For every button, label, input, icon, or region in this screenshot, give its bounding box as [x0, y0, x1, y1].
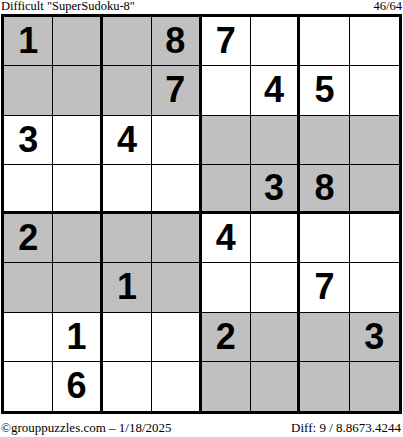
- cell-r5c7[interactable]: [300, 214, 349, 263]
- cell-r3c7[interactable]: [300, 116, 349, 165]
- cell-r5c5[interactable]: 4: [202, 214, 251, 263]
- cell-r6c4[interactable]: [152, 263, 201, 312]
- cell-r1c7[interactable]: [300, 17, 349, 66]
- cell-r2c4[interactable]: 7: [152, 66, 201, 115]
- cell-r5c4[interactable]: [152, 214, 201, 263]
- cell-r6c8[interactable]: [350, 263, 399, 312]
- cell-r4c6[interactable]: 3: [251, 165, 300, 214]
- cell-r2c8[interactable]: [350, 66, 399, 115]
- cell-r1c5[interactable]: 7: [202, 17, 251, 66]
- cell-r4c5[interactable]: [202, 165, 251, 214]
- puzzle-page: Difficult "SuperSudoku-8" 46/64 18774534…: [0, 0, 403, 437]
- cell-r4c8[interactable]: [350, 165, 399, 214]
- cell-r8c5[interactable]: [202, 362, 251, 411]
- cell-r5c1[interactable]: 2: [4, 214, 53, 263]
- footer: ©grouppuzzles.com – 1/18/2025 Diff: 9 / …: [0, 414, 403, 435]
- cell-r1c6[interactable]: [251, 17, 300, 66]
- cell-r8c1[interactable]: [4, 362, 53, 411]
- puzzle-title: Difficult "SuperSudoku-8": [1, 0, 135, 13]
- cell-r3c3[interactable]: 4: [103, 116, 152, 165]
- cell-r1c2[interactable]: [53, 17, 102, 66]
- cell-r3c1[interactable]: 3: [4, 116, 53, 165]
- cell-r3c2[interactable]: [53, 116, 102, 165]
- difficulty-text: Diff: 9 / 8.8673.4244: [291, 421, 401, 435]
- cell-r6c6[interactable]: [251, 263, 300, 312]
- cell-r8c6[interactable]: [251, 362, 300, 411]
- cell-r2c6[interactable]: 4: [251, 66, 300, 115]
- cell-r6c1[interactable]: [4, 263, 53, 312]
- header: Difficult "SuperSudoku-8" 46/64: [0, 0, 403, 14]
- cell-r7c8[interactable]: 3: [350, 313, 399, 362]
- cell-r7c7[interactable]: [300, 313, 349, 362]
- cell-r4c4[interactable]: [152, 165, 201, 214]
- cell-r6c5[interactable]: [202, 263, 251, 312]
- cell-r1c1[interactable]: 1: [4, 17, 53, 66]
- cell-r2c5[interactable]: [202, 66, 251, 115]
- cell-r3c5[interactable]: [202, 116, 251, 165]
- cell-r7c2[interactable]: 1: [53, 313, 102, 362]
- cell-r8c3[interactable]: [103, 362, 152, 411]
- cell-r8c8[interactable]: [350, 362, 399, 411]
- copyright-text: ©grouppuzzles.com – 1/18/2025: [1, 421, 172, 435]
- cell-r1c4[interactable]: 8: [152, 17, 201, 66]
- cell-r6c2[interactable]: [53, 263, 102, 312]
- empty-cell-counter: 46/64: [374, 0, 402, 13]
- cell-r3c6[interactable]: [251, 116, 300, 165]
- cell-r1c8[interactable]: [350, 17, 399, 66]
- cell-r5c2[interactable]: [53, 214, 102, 263]
- cell-r6c7[interactable]: 7: [300, 263, 349, 312]
- cell-r7c3[interactable]: [103, 313, 152, 362]
- cell-r7c4[interactable]: [152, 313, 201, 362]
- cell-r5c8[interactable]: [350, 214, 399, 263]
- cell-r7c1[interactable]: [4, 313, 53, 362]
- cell-r2c7[interactable]: 5: [300, 66, 349, 115]
- cell-r1c3[interactable]: [103, 17, 152, 66]
- cell-r5c3[interactable]: [103, 214, 152, 263]
- cell-r7c5[interactable]: 2: [202, 313, 251, 362]
- cell-r2c2[interactable]: [53, 66, 102, 115]
- cell-r3c4[interactable]: [152, 116, 201, 165]
- cell-r7c6[interactable]: [251, 313, 300, 362]
- cell-r4c7[interactable]: 8: [300, 165, 349, 214]
- cell-r8c7[interactable]: [300, 362, 349, 411]
- cell-r4c2[interactable]: [53, 165, 102, 214]
- cell-r6c3[interactable]: 1: [103, 263, 152, 312]
- cell-r5c6[interactable]: [251, 214, 300, 263]
- cell-r4c3[interactable]: [103, 165, 152, 214]
- cell-r2c1[interactable]: [4, 66, 53, 115]
- cell-r2c3[interactable]: [103, 66, 152, 115]
- sudoku-board: 187745343824171236: [1, 14, 402, 414]
- cell-r8c2[interactable]: 6: [53, 362, 102, 411]
- cell-r3c8[interactable]: [350, 116, 399, 165]
- cell-r8c4[interactable]: [152, 362, 201, 411]
- cell-r4c1[interactable]: [4, 165, 53, 214]
